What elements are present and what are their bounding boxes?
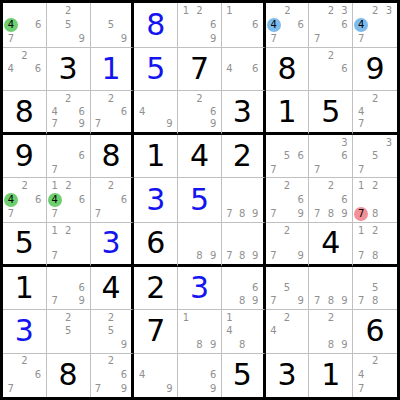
candidate-7[interactable]: 7 bbox=[223, 250, 236, 263]
cell-r2c9[interactable]: 9 bbox=[353, 48, 397, 91]
candidate-5[interactable]: 5 bbox=[280, 281, 294, 294]
candidate-4[interactable]: 4 bbox=[267, 18, 281, 32]
candidate-1[interactable]: 1 bbox=[48, 179, 62, 193]
candidate-8[interactable]: 8 bbox=[236, 338, 249, 351]
candidate-2[interactable]: 2 bbox=[104, 355, 117, 369]
candidate-4[interactable]: 4 bbox=[135, 105, 149, 118]
candidate-empty bbox=[249, 4, 262, 18]
candidate-9[interactable]: 9 bbox=[249, 250, 262, 263]
cell-r1c5[interactable]: 1269 bbox=[178, 3, 222, 48]
candidate-empty bbox=[382, 368, 396, 382]
candidate-9[interactable]: 9 bbox=[75, 118, 89, 131]
candidate-6[interactable]: 6 bbox=[294, 149, 308, 162]
candidate-grid: 1269 bbox=[178, 3, 221, 47]
candidate-5[interactable]: 5 bbox=[368, 281, 382, 294]
cell-r4c3[interactable]: 8 bbox=[91, 135, 135, 178]
candidate-2[interactable]: 2 bbox=[368, 92, 382, 105]
candidate-6[interactable]: 6 bbox=[31, 193, 44, 207]
cell-r6c8[interactable]: 4 bbox=[309, 223, 353, 266]
candidate-empty bbox=[223, 281, 236, 294]
candidate-3[interactable]: 3 bbox=[338, 4, 352, 18]
candidate-9[interactable]: 9 bbox=[75, 32, 89, 46]
candidate-empty bbox=[294, 32, 307, 46]
candidate-6[interactable]: 6 bbox=[31, 18, 44, 32]
cell-r1c6[interactable]: 16 bbox=[222, 3, 266, 48]
cell-r5c5[interactable]: 5 bbox=[178, 178, 222, 223]
candidate-7[interactable]: 7 bbox=[48, 163, 62, 176]
candidate-9[interactable]: 9 bbox=[338, 207, 352, 221]
candidate-5[interactable]: 5 bbox=[368, 149, 382, 162]
candidate-8[interactable]: 8 bbox=[193, 338, 207, 351]
candidate-7[interactable]: 7 bbox=[267, 207, 281, 221]
candidate-4[interactable]: 4 bbox=[354, 368, 368, 382]
cell-r7c1[interactable]: 1 bbox=[3, 267, 47, 310]
candidate-3[interactable]: 3 bbox=[338, 136, 352, 149]
cell-r3c8[interactable]: 5 bbox=[309, 91, 353, 134]
candidate-9[interactable]: 9 bbox=[206, 382, 220, 396]
cell-r9c1[interactable]: 267 bbox=[3, 354, 47, 397]
candidate-empty bbox=[18, 382, 32, 396]
candidate-6[interactable]: 6 bbox=[117, 193, 130, 207]
given-digit: 8 bbox=[278, 54, 297, 84]
candidate-5[interactable]: 5 bbox=[61, 325, 75, 338]
candidate-9[interactable]: 9 bbox=[206, 250, 220, 263]
candidate-grid: 259 bbox=[47, 3, 90, 47]
cell-r1c2[interactable]: 259 bbox=[47, 3, 91, 48]
candidate-empty bbox=[75, 4, 89, 18]
cell-r8c3[interactable]: 259 bbox=[91, 310, 135, 353]
candidate-6[interactable]: 6 bbox=[117, 368, 130, 382]
candidate-4[interactable]: 4 bbox=[4, 18, 18, 32]
cell-r8c9[interactable]: 6 bbox=[353, 310, 397, 353]
cell-r3c1[interactable]: 8 bbox=[3, 91, 47, 134]
candidate-7[interactable]: 7 bbox=[92, 118, 105, 131]
candidate-9[interactable]: 9 bbox=[249, 207, 262, 221]
cell-r1c1[interactable]: 467 bbox=[3, 3, 47, 48]
candidate-3[interactable]: 3 bbox=[382, 4, 396, 18]
cell-r8c6[interactable]: 148 bbox=[222, 310, 266, 353]
candidate-7[interactable]: 7 bbox=[48, 250, 62, 263]
cell-r5c4[interactable]: 3 bbox=[134, 178, 178, 223]
candidate-7[interactable]: 7 bbox=[310, 163, 324, 176]
candidate-2[interactable]: 2 bbox=[193, 92, 207, 105]
candidate-2[interactable]: 2 bbox=[104, 92, 117, 105]
given-digit: 4 bbox=[321, 228, 340, 258]
candidate-7[interactable]: 7 bbox=[267, 32, 281, 46]
cell-r6c7[interactable]: 279 bbox=[266, 223, 310, 266]
candidate-6[interactable]: 6 bbox=[338, 193, 352, 207]
cell-r3c9[interactable]: 247 bbox=[353, 91, 397, 134]
cell-r7c4[interactable]: 2 bbox=[134, 267, 178, 310]
candidate-2[interactable]: 2 bbox=[280, 179, 294, 193]
candidate-2[interactable]: 2 bbox=[281, 4, 294, 18]
cell-r2c7[interactable]: 8 bbox=[266, 48, 310, 91]
cell-r9c9[interactable]: 247 bbox=[353, 354, 397, 397]
cell-r7c7[interactable]: 579 bbox=[266, 267, 310, 310]
candidate-5[interactable]: 5 bbox=[61, 18, 75, 32]
candidate-6[interactable]: 6 bbox=[338, 62, 352, 75]
candidate-empty bbox=[92, 32, 105, 46]
cell-r6c3[interactable]: 3 bbox=[91, 223, 135, 266]
cell-r2c3[interactable]: 1 bbox=[91, 48, 135, 91]
cell-r7c5[interactable]: 3 bbox=[178, 267, 222, 310]
candidate-7[interactable]: 7 bbox=[354, 163, 368, 176]
candidate-4[interactable]: 4 bbox=[48, 105, 62, 118]
candidate-4[interactable]: 4 bbox=[4, 193, 18, 207]
candidate-empty bbox=[368, 163, 382, 176]
candidate-empty bbox=[18, 207, 31, 221]
cell-r2c2[interactable]: 3 bbox=[47, 48, 91, 91]
candidate-9[interactable]: 9 bbox=[294, 250, 308, 263]
candidate-4[interactable]: 4 bbox=[135, 368, 149, 382]
solved-digit: 1 bbox=[101, 54, 120, 84]
candidate-7[interactable]: 7 bbox=[92, 382, 105, 396]
candidate-empty bbox=[324, 325, 338, 338]
candidate-empty bbox=[92, 4, 105, 18]
candidate-7[interactable]: 7 bbox=[310, 32, 324, 46]
candidate-2[interactable]: 2 bbox=[18, 355, 32, 369]
cell-r3c7[interactable]: 1 bbox=[266, 91, 310, 134]
candidate-grid: 279 bbox=[266, 223, 309, 263]
candidate-3[interactable]: 3 bbox=[382, 136, 396, 149]
cell-r9c4[interactable]: 49 bbox=[134, 354, 178, 397]
candidate-empty bbox=[31, 382, 45, 396]
candidate-1[interactable]: 1 bbox=[354, 224, 368, 237]
candidate-6[interactable]: 6 bbox=[75, 193, 88, 207]
candidate-7[interactable]: 7 bbox=[354, 250, 368, 263]
cell-r3c2[interactable]: 24679 bbox=[47, 91, 91, 134]
candidate-empty bbox=[368, 136, 382, 149]
cell-r2c5[interactable]: 7 bbox=[178, 48, 222, 91]
candidate-6[interactable]: 6 bbox=[294, 193, 308, 207]
candidate-9[interactable]: 9 bbox=[117, 382, 130, 396]
cell-r3c6[interactable]: 3 bbox=[222, 91, 266, 134]
cell-r9c2[interactable]: 8 bbox=[47, 354, 91, 397]
cell-r4c8[interactable]: 367 bbox=[309, 135, 353, 178]
candidate-1[interactable]: 1 bbox=[354, 179, 368, 193]
candidate-6[interactable]: 6 bbox=[249, 281, 262, 294]
candidate-8[interactable]: 8 bbox=[324, 295, 338, 308]
solved-digit: 3 bbox=[101, 228, 120, 258]
candidate-9[interactable]: 9 bbox=[338, 295, 352, 308]
cell-r6c5[interactable]: 89 bbox=[178, 223, 222, 266]
candidate-4[interactable]: 4 bbox=[4, 62, 18, 75]
candidate-empty bbox=[382, 382, 396, 396]
given-digit: 4 bbox=[190, 141, 209, 171]
cell-r2c8[interactable]: 26 bbox=[309, 48, 353, 91]
candidate-empty bbox=[31, 49, 45, 62]
cell-r4c4[interactable]: 1 bbox=[134, 135, 178, 178]
candidate-grid: 246 bbox=[3, 48, 46, 90]
candidate-8[interactable]: 8 bbox=[236, 295, 249, 308]
candidate-9[interactable]: 9 bbox=[75, 295, 89, 308]
candidate-8[interactable]: 8 bbox=[368, 295, 382, 308]
candidate-7[interactable]: 7 bbox=[48, 118, 62, 131]
cell-r1c8[interactable]: 2367 bbox=[309, 3, 353, 48]
candidate-2[interactable]: 2 bbox=[61, 92, 75, 105]
cell-r5c8[interactable]: 26789 bbox=[309, 178, 353, 223]
candidate-empty bbox=[92, 338, 105, 351]
candidate-grid: 24679 bbox=[47, 91, 90, 131]
cell-r1c7[interactable]: 2467 bbox=[266, 3, 310, 48]
candidate-8[interactable]: 8 bbox=[193, 250, 207, 263]
candidate-9[interactable]: 9 bbox=[163, 118, 177, 131]
candidate-6[interactable]: 6 bbox=[31, 368, 45, 382]
solved-digit: 3 bbox=[146, 185, 165, 215]
candidate-7[interactable]: 7 bbox=[354, 32, 368, 46]
candidate-6[interactable]: 6 bbox=[75, 149, 89, 162]
cell-r4c6[interactable]: 2 bbox=[222, 135, 266, 178]
candidate-empty bbox=[236, 325, 249, 338]
candidate-empty bbox=[236, 179, 249, 193]
candidate-4[interactable]: 4 bbox=[48, 193, 62, 207]
candidate-7[interactable]: 7 bbox=[310, 295, 324, 308]
candidate-empty bbox=[382, 268, 396, 281]
candidate-empty bbox=[310, 193, 324, 207]
candidate-7[interactable]: 7 bbox=[223, 207, 236, 221]
candidate-9[interactable]: 9 bbox=[117, 32, 130, 46]
cell-r8c4[interactable]: 7 bbox=[134, 310, 178, 353]
candidate-4[interactable]: 4 bbox=[267, 325, 281, 338]
candidate-8[interactable]: 8 bbox=[236, 207, 249, 221]
candidate-1[interactable]: 1 bbox=[179, 311, 193, 324]
candidate-2[interactable]: 2 bbox=[324, 49, 338, 62]
candidate-2[interactable]: 2 bbox=[324, 4, 338, 18]
candidate-empty bbox=[294, 268, 308, 281]
candidate-empty bbox=[179, 18, 193, 32]
candidate-4[interactable]: 4 bbox=[223, 62, 236, 75]
cell-r4c9[interactable]: 357 bbox=[353, 135, 397, 178]
cell-r9c3[interactable]: 2679 bbox=[91, 354, 135, 397]
candidate-grid: 2679 bbox=[266, 178, 309, 222]
candidate-empty bbox=[310, 281, 324, 294]
candidate-2[interactable]: 2 bbox=[18, 49, 32, 62]
sudoku-board: 4672595981269162467236723472463157468269… bbox=[0, 0, 400, 400]
candidate-8[interactable]: 8 bbox=[324, 207, 338, 221]
cell-r8c8[interactable]: 289 bbox=[309, 310, 353, 353]
candidate-1[interactable]: 1 bbox=[223, 311, 236, 324]
candidate-9[interactable]: 9 bbox=[294, 207, 308, 221]
candidate-2[interactable]: 2 bbox=[324, 311, 338, 324]
candidate-6[interactable]: 6 bbox=[206, 18, 220, 32]
candidate-7[interactable]: 7 bbox=[310, 207, 324, 221]
cell-r5c7[interactable]: 2679 bbox=[266, 178, 310, 223]
cell-r9c8[interactable]: 1 bbox=[309, 354, 353, 397]
candidate-4[interactable]: 4 bbox=[354, 18, 368, 32]
cell-r6c6[interactable]: 789 bbox=[222, 223, 266, 266]
candidate-empty bbox=[31, 4, 44, 18]
candidate-9[interactable]: 9 bbox=[206, 338, 220, 351]
candidate-5[interactable]: 5 bbox=[280, 149, 294, 162]
candidate-7[interactable]: 7 bbox=[4, 382, 18, 396]
candidate-6[interactable]: 6 bbox=[249, 62, 262, 75]
cell-r9c5[interactable]: 69 bbox=[178, 354, 222, 397]
candidate-empty bbox=[48, 149, 62, 162]
candidate-empty bbox=[104, 368, 117, 382]
candidate-grid: 367 bbox=[309, 135, 352, 177]
candidate-empty bbox=[324, 76, 338, 89]
candidate-2[interactable]: 2 bbox=[61, 224, 75, 237]
candidate-empty bbox=[280, 237, 294, 250]
cell-r6c9[interactable]: 1278 bbox=[353, 223, 397, 266]
cell-r7c6[interactable]: 689 bbox=[222, 267, 266, 310]
cell-r6c1[interactable]: 5 bbox=[3, 223, 47, 266]
candidate-2[interactable]: 2 bbox=[368, 179, 382, 193]
candidate-8[interactable]: 8 bbox=[368, 250, 382, 263]
cell-r7c2[interactable]: 679 bbox=[47, 267, 91, 310]
candidate-empty bbox=[223, 237, 236, 250]
candidate-2[interactable]: 2 bbox=[280, 311, 294, 324]
candidate-empty bbox=[48, 32, 62, 46]
candidate-9[interactable]: 9 bbox=[117, 338, 130, 351]
candidate-4[interactable]: 4 bbox=[223, 325, 236, 338]
candidate-empty bbox=[294, 179, 308, 193]
candidate-7[interactable]: 7 bbox=[48, 295, 62, 308]
candidate-empty bbox=[223, 76, 236, 89]
candidate-2[interactable]: 2 bbox=[104, 179, 117, 193]
candidate-7[interactable]: 7 bbox=[4, 32, 18, 46]
candidate-2[interactable]: 2 bbox=[62, 179, 75, 193]
cell-r3c4[interactable]: 49 bbox=[134, 91, 178, 134]
cell-r5c9[interactable]: 1278 bbox=[353, 178, 397, 223]
cell-r4c2[interactable]: 67 bbox=[47, 135, 91, 178]
candidate-empty bbox=[249, 49, 262, 62]
cell-r3c5[interactable]: 269 bbox=[178, 91, 222, 134]
candidate-2[interactable]: 2 bbox=[368, 224, 382, 237]
candidate-empty bbox=[236, 49, 249, 62]
cell-r5c6[interactable]: 789 bbox=[222, 178, 266, 223]
candidate-5[interactable]: 5 bbox=[104, 325, 117, 338]
candidate-8[interactable]: 8 bbox=[236, 250, 249, 263]
candidate-6[interactable]: 6 bbox=[75, 281, 89, 294]
candidate-5[interactable]: 5 bbox=[104, 18, 117, 32]
candidate-7[interactable]: 7 bbox=[354, 118, 368, 131]
candidate-8[interactable]: 8 bbox=[324, 338, 338, 351]
candidate-7[interactable]: 7 bbox=[354, 382, 368, 396]
candidate-7[interactable]: 7 bbox=[48, 207, 62, 221]
cell-r1c9[interactable]: 2347 bbox=[353, 3, 397, 48]
cell-r8c1[interactable]: 3 bbox=[3, 310, 47, 353]
candidate-6[interactable]: 6 bbox=[117, 105, 130, 118]
candidate-7[interactable]: 7 bbox=[267, 163, 281, 176]
candidate-empty bbox=[179, 368, 193, 382]
candidate-7[interactable]: 7 bbox=[267, 295, 281, 308]
candidate-empty bbox=[4, 355, 18, 369]
candidate-7[interactable]: 7 bbox=[354, 207, 368, 221]
candidate-2[interactable]: 2 bbox=[193, 4, 207, 18]
candidate-6[interactable]: 6 bbox=[338, 149, 352, 162]
candidate-4[interactable]: 4 bbox=[354, 105, 368, 118]
candidate-empty bbox=[117, 311, 130, 324]
candidate-2[interactable]: 2 bbox=[368, 4, 382, 18]
cell-r6c4[interactable]: 6 bbox=[134, 223, 178, 266]
candidate-empty bbox=[193, 382, 207, 396]
candidate-7[interactable]: 7 bbox=[92, 207, 105, 221]
candidate-9[interactable]: 9 bbox=[294, 295, 308, 308]
cell-r5c3[interactable]: 267 bbox=[91, 178, 135, 223]
candidate-1[interactable]: 1 bbox=[48, 224, 62, 237]
candidate-empty bbox=[75, 325, 89, 338]
cell-r9c6[interactable]: 5 bbox=[222, 354, 266, 397]
candidate-6[interactable]: 6 bbox=[294, 18, 307, 32]
cell-r4c7[interactable]: 567 bbox=[266, 135, 310, 178]
candidate-7[interactable]: 7 bbox=[354, 295, 368, 308]
cell-r6c2[interactable]: 127 bbox=[47, 223, 91, 266]
candidate-empty bbox=[149, 382, 163, 396]
candidate-empty bbox=[75, 136, 89, 149]
candidate-6[interactable]: 6 bbox=[338, 18, 352, 32]
candidate-2[interactable]: 2 bbox=[18, 179, 31, 193]
cell-r2c6[interactable]: 46 bbox=[222, 48, 266, 91]
cell-r3c3[interactable]: 267 bbox=[91, 91, 135, 134]
candidate-empty bbox=[179, 382, 193, 396]
given-digit: 5 bbox=[15, 228, 34, 258]
candidate-empty bbox=[92, 92, 105, 105]
cell-r4c1[interactable]: 9 bbox=[3, 135, 47, 178]
cell-r1c3[interactable]: 59 bbox=[91, 3, 135, 48]
cell-r7c9[interactable]: 578 bbox=[353, 267, 397, 310]
candidate-7[interactable]: 7 bbox=[4, 207, 18, 221]
candidate-2[interactable]: 2 bbox=[61, 4, 75, 18]
cell-r9c7[interactable]: 3 bbox=[266, 354, 310, 397]
candidate-9[interactable]: 9 bbox=[163, 382, 177, 396]
cell-r1c4[interactable]: 8 bbox=[134, 3, 178, 48]
candidate-6[interactable]: 6 bbox=[75, 105, 89, 118]
candidate-2[interactable]: 2 bbox=[61, 311, 75, 324]
cell-r5c2[interactable]: 12467 bbox=[47, 178, 91, 223]
cell-r2c1[interactable]: 246 bbox=[3, 48, 47, 91]
candidate-9[interactable]: 9 bbox=[206, 118, 220, 131]
candidate-8[interactable]: 8 bbox=[368, 207, 382, 221]
candidate-2[interactable]: 2 bbox=[324, 179, 338, 193]
cell-r2c4[interactable]: 5 bbox=[134, 48, 178, 91]
candidate-7[interactable]: 7 bbox=[267, 250, 281, 263]
candidate-9[interactable]: 9 bbox=[338, 338, 352, 351]
cell-r4c5[interactable]: 4 bbox=[178, 135, 222, 178]
candidate-empty bbox=[48, 18, 62, 32]
candidate-6[interactable]: 6 bbox=[206, 105, 220, 118]
candidate-empty bbox=[382, 118, 396, 131]
candidate-2[interactable]: 2 bbox=[280, 224, 294, 237]
candidate-6[interactable]: 6 bbox=[249, 18, 262, 32]
cell-r8c7[interactable]: 24 bbox=[266, 310, 310, 353]
candidate-1[interactable]: 1 bbox=[179, 4, 193, 18]
given-digit: 6 bbox=[366, 316, 385, 346]
candidate-empty bbox=[338, 311, 352, 324]
candidate-empty bbox=[382, 295, 396, 308]
candidate-empty bbox=[104, 118, 117, 131]
candidate-6[interactable]: 6 bbox=[206, 368, 220, 382]
given-digit: 3 bbox=[278, 360, 297, 390]
candidate-empty bbox=[382, 92, 396, 105]
candidate-2[interactable]: 2 bbox=[104, 311, 117, 324]
candidate-9[interactable]: 9 bbox=[206, 32, 220, 46]
candidate-1[interactable]: 1 bbox=[223, 4, 236, 18]
candidate-empty bbox=[117, 355, 130, 369]
cell-r8c5[interactable]: 189 bbox=[178, 310, 222, 353]
candidate-empty bbox=[75, 338, 89, 351]
candidate-6[interactable]: 6 bbox=[31, 62, 45, 75]
candidate-empty bbox=[354, 136, 368, 149]
candidate-9[interactable]: 9 bbox=[249, 295, 262, 308]
cell-r7c3[interactable]: 4 bbox=[91, 267, 135, 310]
candidate-empty bbox=[249, 311, 262, 324]
cell-r8c2[interactable]: 25 bbox=[47, 310, 91, 353]
candidate-empty bbox=[382, 179, 396, 193]
cell-r5c1[interactable]: 2467 bbox=[3, 178, 47, 223]
cell-r7c8[interactable]: 789 bbox=[309, 267, 353, 310]
candidate-2[interactable]: 2 bbox=[368, 355, 382, 369]
